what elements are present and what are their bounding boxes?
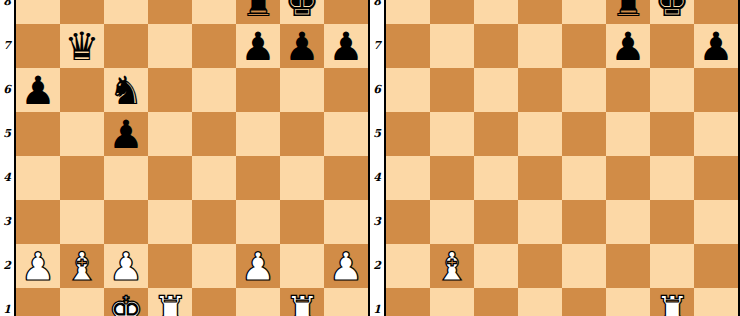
rank-label-3: 3: [370, 200, 384, 244]
square-h6: [694, 68, 738, 112]
square-d1: ♜: [148, 288, 192, 316]
rank-label-7: 7: [0, 24, 14, 68]
black-pawn-f7: ♟: [241, 27, 276, 66]
square-g3: [650, 200, 694, 244]
square-d4: [518, 156, 562, 200]
square-d5: [148, 112, 192, 156]
square-d7: [518, 24, 562, 68]
square-g7: [650, 24, 694, 68]
square-d4: [148, 156, 192, 200]
square-c1: [474, 288, 518, 316]
square-e5: [562, 112, 606, 156]
square-b5: [430, 112, 474, 156]
square-g3: [280, 200, 324, 244]
square-e5: [192, 112, 236, 156]
square-e2: [562, 244, 606, 288]
square-h1: [324, 288, 368, 316]
square-c4: [104, 156, 148, 200]
square-b3: [60, 200, 104, 244]
square-e7: [562, 24, 606, 68]
rank-label-2: 2: [370, 244, 384, 288]
black-knight-c6: ♞: [109, 71, 144, 110]
square-h7: ♟: [324, 24, 368, 68]
chessboard-right: ♜♚♟♟♝♜: [384, 0, 740, 316]
square-b3: [430, 200, 474, 244]
square-a3: [386, 200, 430, 244]
square-c4: [474, 156, 518, 200]
square-e4: [192, 156, 236, 200]
rank-label-6: 6: [370, 68, 384, 112]
square-h3: [694, 200, 738, 244]
square-g2: [650, 244, 694, 288]
square-c6: [474, 68, 518, 112]
black-pawn-h7: ♟: [329, 27, 364, 66]
square-d2: [148, 244, 192, 288]
rank-label-8: 8: [0, 0, 14, 24]
square-b2: ♝: [60, 244, 104, 288]
square-d3: [148, 200, 192, 244]
square-e6: [192, 68, 236, 112]
square-c2: ♟: [104, 244, 148, 288]
square-c5: ♟: [104, 112, 148, 156]
rank-label-4: 4: [0, 156, 14, 200]
black-pawn-a6: ♟: [21, 71, 56, 110]
square-g5: [650, 112, 694, 156]
rank-label-8: 8: [370, 0, 384, 24]
square-b8: [430, 0, 474, 24]
square-f3: [236, 200, 280, 244]
square-a3: [16, 200, 60, 244]
black-pawn-g7: ♟: [285, 27, 320, 66]
black-queen-b7: ♛: [65, 27, 100, 66]
white-rook-g1: ♜: [655, 291, 690, 316]
square-h5: [694, 112, 738, 156]
square-f1: [606, 288, 650, 316]
square-a8: [386, 0, 430, 24]
square-a6: ♟: [16, 68, 60, 112]
square-b7: [430, 24, 474, 68]
square-b1: [430, 288, 474, 316]
black-pawn-f7: ♟: [611, 27, 646, 66]
square-f7: ♟: [236, 24, 280, 68]
white-rook-d1: ♜: [153, 291, 188, 316]
square-a5: [386, 112, 430, 156]
square-c8: [104, 0, 148, 24]
black-rook-f8: ♜: [241, 0, 276, 22]
square-h4: [694, 156, 738, 200]
square-g6: [650, 68, 694, 112]
square-c3: [104, 200, 148, 244]
chessboard-left: ♜♚♛♟♟♟♟♞♟♟♝♟♟♟♚♜♜: [14, 0, 370, 316]
square-d8: [518, 0, 562, 24]
square-h2: ♟: [324, 244, 368, 288]
rank-label-1: 1: [0, 288, 14, 316]
square-a5: [16, 112, 60, 156]
square-d2: [518, 244, 562, 288]
square-f4: [236, 156, 280, 200]
rank-label-7: 7: [370, 24, 384, 68]
square-h4: [324, 156, 368, 200]
square-f5: [606, 112, 650, 156]
square-h6: [324, 68, 368, 112]
square-a2: [386, 244, 430, 288]
square-h3: [324, 200, 368, 244]
square-f4: [606, 156, 650, 200]
square-c7: [104, 24, 148, 68]
rank-label-1: 1: [370, 288, 384, 316]
square-g5: [280, 112, 324, 156]
square-d8: [148, 0, 192, 24]
black-rook-f8: ♜: [611, 0, 646, 22]
square-c5: [474, 112, 518, 156]
square-h8: [324, 0, 368, 24]
square-g4: [650, 156, 694, 200]
square-d6: [148, 68, 192, 112]
rank-labels-right: 87654321: [370, 0, 384, 316]
square-f1: [236, 288, 280, 316]
square-a8: [16, 0, 60, 24]
square-e8: [192, 0, 236, 24]
square-f5: [236, 112, 280, 156]
square-c6: ♞: [104, 68, 148, 112]
square-f6: [606, 68, 650, 112]
square-e7: [192, 24, 236, 68]
square-e3: [562, 200, 606, 244]
square-c8: [474, 0, 518, 24]
chess-diagram-pair: 87654321 ♜♚♛♟♟♟♟♞♟♟♝♟♟♟♚♜♜ 87654321 ♜♚♟♟…: [0, 0, 740, 316]
square-e1: [562, 288, 606, 316]
boards-row: 87654321 ♜♚♛♟♟♟♟♞♟♟♝♟♟♟♚♜♜ 87654321 ♜♚♟♟…: [0, 0, 740, 316]
square-e1: [192, 288, 236, 316]
square-f3: [606, 200, 650, 244]
square-g7: ♟: [280, 24, 324, 68]
square-b8: [60, 0, 104, 24]
square-c3: [474, 200, 518, 244]
square-h8: [694, 0, 738, 24]
square-c2: [474, 244, 518, 288]
square-f2: [606, 244, 650, 288]
square-g8: ♚: [650, 0, 694, 24]
square-b6: [430, 68, 474, 112]
square-e6: [562, 68, 606, 112]
white-pawn-a2: ♟: [21, 247, 56, 286]
square-d1: [518, 288, 562, 316]
square-h1: [694, 288, 738, 316]
square-g2: [280, 244, 324, 288]
white-pawn-f2: ♟: [241, 247, 276, 286]
black-king-g8: ♚: [285, 0, 320, 22]
square-a6: [386, 68, 430, 112]
white-bishop-b2: ♝: [435, 247, 470, 286]
square-a7: [16, 24, 60, 68]
white-rook-g1: ♜: [285, 291, 320, 316]
square-a1: [386, 288, 430, 316]
square-g1: ♜: [280, 288, 324, 316]
square-b4: [430, 156, 474, 200]
rank-label-2: 2: [0, 244, 14, 288]
square-e2: [192, 244, 236, 288]
white-bishop-b2: ♝: [65, 247, 100, 286]
black-king-g8: ♚: [655, 0, 690, 22]
square-d7: [148, 24, 192, 68]
white-pawn-h2: ♟: [329, 247, 364, 286]
square-f2: ♟: [236, 244, 280, 288]
square-a1: [16, 288, 60, 316]
square-h7: ♟: [694, 24, 738, 68]
rank-label-5: 5: [370, 112, 384, 156]
rank-label-5: 5: [0, 112, 14, 156]
square-g8: ♚: [280, 0, 324, 24]
white-pawn-c2: ♟: [109, 247, 144, 286]
square-f8: ♜: [606, 0, 650, 24]
square-d5: [518, 112, 562, 156]
square-a7: [386, 24, 430, 68]
square-g4: [280, 156, 324, 200]
rank-label-4: 4: [370, 156, 384, 200]
square-f7: ♟: [606, 24, 650, 68]
square-f8: ♜: [236, 0, 280, 24]
square-g6: [280, 68, 324, 112]
rank-label-6: 6: [0, 68, 14, 112]
square-g1: ♜: [650, 288, 694, 316]
black-pawn-c5: ♟: [109, 115, 144, 154]
rank-labels-left: 87654321: [0, 0, 14, 316]
square-e4: [562, 156, 606, 200]
square-d3: [518, 200, 562, 244]
square-h5: [324, 112, 368, 156]
square-d6: [518, 68, 562, 112]
square-f6: [236, 68, 280, 112]
square-b1: [60, 288, 104, 316]
square-b7: ♛: [60, 24, 104, 68]
left-diagram: 87654321 ♜♚♛♟♟♟♟♞♟♟♝♟♟♟♚♜♜: [0, 0, 370, 316]
white-king-c1: ♚: [109, 291, 144, 316]
black-pawn-h7: ♟: [699, 27, 734, 66]
square-c1: ♚: [104, 288, 148, 316]
square-b5: [60, 112, 104, 156]
square-a4: [16, 156, 60, 200]
square-c7: [474, 24, 518, 68]
square-a2: ♟: [16, 244, 60, 288]
square-e3: [192, 200, 236, 244]
square-b2: ♝: [430, 244, 474, 288]
square-b4: [60, 156, 104, 200]
square-e8: [562, 0, 606, 24]
rank-label-3: 3: [0, 200, 14, 244]
square-b6: [60, 68, 104, 112]
right-diagram: 87654321 ♜♚♟♟♝♜: [370, 0, 740, 316]
square-a4: [386, 156, 430, 200]
square-h2: [694, 244, 738, 288]
